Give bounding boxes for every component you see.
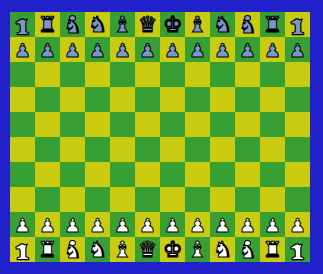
square-g4[interactable] bbox=[160, 162, 185, 187]
square-h7[interactable] bbox=[185, 87, 210, 112]
piece-white-pawn[interactable]: ♟ bbox=[160, 214, 185, 237]
square-a6[interactable] bbox=[10, 112, 35, 137]
square-g10[interactable]: ♚ bbox=[160, 12, 185, 37]
square-d9[interactable]: ♟ bbox=[85, 37, 110, 62]
square-i9[interactable]: ♟ bbox=[210, 37, 235, 62]
square-b8[interactable] bbox=[35, 62, 60, 87]
square-e3[interactable] bbox=[110, 187, 135, 212]
square-j9[interactable]: ♟ bbox=[235, 37, 260, 62]
square-l1[interactable] bbox=[285, 237, 310, 262]
square-d8[interactable] bbox=[85, 62, 110, 87]
square-b1[interactable]: ♜ bbox=[35, 237, 60, 262]
square-k7[interactable] bbox=[260, 87, 285, 112]
square-c6[interactable] bbox=[60, 112, 85, 137]
square-g8[interactable] bbox=[160, 62, 185, 87]
piece-black-pawn[interactable]: ♟ bbox=[110, 39, 135, 62]
square-e8[interactable] bbox=[110, 62, 135, 87]
piece-white-knight[interactable]: ♞ bbox=[210, 238, 235, 262]
square-h5[interactable] bbox=[185, 137, 210, 162]
square-e9[interactable]: ♟ bbox=[110, 37, 135, 62]
square-j4[interactable] bbox=[235, 162, 260, 187]
piece-white-archbishop[interactable]: ♞ bbox=[60, 240, 85, 262]
square-i10[interactable]: ♞ bbox=[210, 12, 235, 37]
square-c5[interactable] bbox=[60, 137, 85, 162]
square-c10[interactable]: ♞ bbox=[60, 12, 85, 37]
square-l10[interactable] bbox=[285, 12, 310, 37]
piece-white-pawn[interactable]: ♟ bbox=[85, 214, 110, 237]
square-f9[interactable]: ♟ bbox=[135, 37, 160, 62]
square-k2[interactable]: ♟ bbox=[260, 212, 285, 237]
square-l4[interactable] bbox=[285, 162, 310, 187]
camel-head-icon bbox=[286, 239, 309, 262]
square-c7[interactable] bbox=[60, 87, 85, 112]
square-c2[interactable]: ♟ bbox=[60, 212, 85, 237]
square-a3[interactable] bbox=[10, 187, 35, 212]
square-j3[interactable] bbox=[235, 187, 260, 212]
piece-white-pawn[interactable]: ♟ bbox=[260, 214, 285, 237]
square-l5[interactable] bbox=[285, 137, 310, 162]
square-j8[interactable] bbox=[235, 62, 260, 87]
piece-black-pawn[interactable]: ♟ bbox=[285, 39, 310, 62]
square-a5[interactable] bbox=[10, 137, 35, 162]
piece-white-pawn[interactable]: ♟ bbox=[135, 214, 160, 237]
piece-black-bishop[interactable]: ♝ bbox=[110, 13, 135, 37]
piece-black-pawn[interactable]: ♟ bbox=[10, 39, 35, 62]
piece-black-archbishop[interactable]: ♞ bbox=[60, 15, 85, 37]
square-g5[interactable] bbox=[160, 137, 185, 162]
square-h6[interactable] bbox=[185, 112, 210, 137]
square-i5[interactable] bbox=[210, 137, 235, 162]
square-b5[interactable] bbox=[35, 137, 60, 162]
square-l8[interactable] bbox=[285, 62, 310, 87]
square-l3[interactable] bbox=[285, 187, 310, 212]
square-l2[interactable]: ♟ bbox=[285, 212, 310, 237]
square-g9[interactable]: ♟ bbox=[160, 37, 185, 62]
square-c9[interactable]: ♟ bbox=[60, 37, 85, 62]
square-f2[interactable]: ♟ bbox=[135, 212, 160, 237]
square-l6[interactable] bbox=[285, 112, 310, 137]
square-h8[interactable] bbox=[185, 62, 210, 87]
square-k4[interactable] bbox=[260, 162, 285, 187]
square-i6[interactable] bbox=[210, 112, 235, 137]
square-c3[interactable] bbox=[60, 187, 85, 212]
square-d5[interactable] bbox=[85, 137, 110, 162]
square-k9[interactable]: ♟ bbox=[260, 37, 285, 62]
piece-black-pawn[interactable]: ♟ bbox=[235, 39, 260, 62]
square-i1[interactable]: ♞ bbox=[210, 237, 235, 262]
square-a8[interactable] bbox=[10, 62, 35, 87]
square-h2[interactable]: ♟ bbox=[185, 212, 210, 237]
square-i7[interactable] bbox=[210, 87, 235, 112]
piece-white-bishop[interactable]: ♝ bbox=[110, 238, 135, 262]
square-a7[interactable] bbox=[10, 87, 35, 112]
square-c8[interactable] bbox=[60, 62, 85, 87]
square-b4[interactable] bbox=[35, 162, 60, 187]
piece-white-knight[interactable]: ♞ bbox=[85, 238, 110, 262]
piece-white-king[interactable]: ♚ bbox=[160, 238, 185, 262]
piece-white-archbishop[interactable]: ♞ bbox=[235, 240, 260, 262]
square-f8[interactable] bbox=[135, 62, 160, 87]
square-i3[interactable] bbox=[210, 187, 235, 212]
chess-app-window: ♜♞♞♝♛♚♝♞♞♜♟♟♟♟♟♟♟♟♟♟♟♟♟♟♟♟♟♟♟♟♟♟♟♟♜♞♞♝♛♚… bbox=[0, 0, 323, 274]
piece-white-rook[interactable]: ♜ bbox=[35, 238, 60, 262]
piece-black-pawn[interactable]: ♟ bbox=[185, 39, 210, 62]
piece-black-pawn[interactable]: ♟ bbox=[135, 39, 160, 62]
square-i8[interactable] bbox=[210, 62, 235, 87]
square-e2[interactable]: ♟ bbox=[110, 212, 135, 237]
square-g2[interactable]: ♟ bbox=[160, 212, 185, 237]
square-b9[interactable]: ♟ bbox=[35, 37, 60, 62]
square-d6[interactable] bbox=[85, 112, 110, 137]
piece-black-knight[interactable]: ♞ bbox=[210, 13, 235, 37]
piece-black-rook[interactable]: ♜ bbox=[260, 13, 285, 37]
square-k6[interactable] bbox=[260, 112, 285, 137]
piece-white-queen[interactable]: ♛ bbox=[135, 238, 160, 262]
square-b6[interactable] bbox=[35, 112, 60, 137]
square-j6[interactable] bbox=[235, 112, 260, 137]
square-a2[interactable]: ♟ bbox=[10, 212, 35, 237]
square-b2[interactable]: ♟ bbox=[35, 212, 60, 237]
square-k10[interactable]: ♜ bbox=[260, 12, 285, 37]
piece-white-pawn[interactable]: ♟ bbox=[35, 214, 60, 237]
square-j2[interactable]: ♟ bbox=[235, 212, 260, 237]
piece-black-pawn[interactable]: ♟ bbox=[60, 39, 85, 62]
piece-white-pawn[interactable]: ♟ bbox=[285, 214, 310, 237]
square-k1[interactable]: ♜ bbox=[260, 237, 285, 262]
square-j7[interactable] bbox=[235, 87, 260, 112]
square-a9[interactable]: ♟ bbox=[10, 37, 35, 62]
square-h1[interactable]: ♝ bbox=[185, 237, 210, 262]
camel-head-icon bbox=[11, 239, 34, 262]
square-d7[interactable] bbox=[85, 87, 110, 112]
square-k8[interactable] bbox=[260, 62, 285, 87]
square-f3[interactable] bbox=[135, 187, 160, 212]
piece-black-bishop[interactable]: ♝ bbox=[185, 13, 210, 37]
piece-white-camel[interactable] bbox=[285, 239, 310, 262]
square-g3[interactable] bbox=[160, 187, 185, 212]
square-e4[interactable] bbox=[110, 162, 135, 187]
piece-black-king[interactable]: ♚ bbox=[160, 13, 185, 37]
mitre-knob-icon bbox=[244, 15, 251, 21]
square-g6[interactable] bbox=[160, 112, 185, 137]
square-j1[interactable]: ♞ bbox=[235, 237, 260, 262]
piece-black-pawn[interactable]: ♟ bbox=[35, 39, 60, 62]
piece-white-pawn[interactable]: ♟ bbox=[235, 214, 260, 237]
square-a1[interactable] bbox=[10, 237, 35, 262]
piece-black-rook[interactable]: ♜ bbox=[35, 13, 60, 37]
square-g7[interactable] bbox=[160, 87, 185, 112]
square-d3[interactable] bbox=[85, 187, 110, 212]
piece-white-pawn[interactable]: ♟ bbox=[110, 214, 135, 237]
square-a4[interactable] bbox=[10, 162, 35, 187]
square-l7[interactable] bbox=[285, 87, 310, 112]
square-d10[interactable]: ♞ bbox=[85, 12, 110, 37]
piece-white-pawn[interactable]: ♟ bbox=[210, 214, 235, 237]
piece-white-pawn[interactable]: ♟ bbox=[60, 214, 85, 237]
square-i2[interactable]: ♟ bbox=[210, 212, 235, 237]
square-h4[interactable] bbox=[185, 162, 210, 187]
piece-white-pawn[interactable]: ♟ bbox=[185, 214, 210, 237]
piece-white-camel[interactable] bbox=[10, 239, 35, 262]
square-f6[interactable] bbox=[135, 112, 160, 137]
piece-white-bishop[interactable]: ♝ bbox=[185, 238, 210, 262]
square-a10[interactable] bbox=[10, 12, 35, 37]
camel-head-icon bbox=[286, 14, 309, 37]
piece-black-camel[interactable] bbox=[10, 14, 35, 37]
square-d1[interactable]: ♞ bbox=[85, 237, 110, 262]
piece-black-archbishop[interactable]: ♞ bbox=[235, 15, 260, 37]
square-j5[interactable] bbox=[235, 137, 260, 162]
square-e1[interactable]: ♝ bbox=[110, 237, 135, 262]
piece-black-pawn[interactable]: ♟ bbox=[210, 39, 235, 62]
square-f7[interactable] bbox=[135, 87, 160, 112]
square-d4[interactable] bbox=[85, 162, 110, 187]
square-f5[interactable] bbox=[135, 137, 160, 162]
piece-black-knight[interactable]: ♞ bbox=[85, 13, 110, 37]
square-b3[interactable] bbox=[35, 187, 60, 212]
piece-black-pawn[interactable]: ♟ bbox=[260, 39, 285, 62]
square-b10[interactable]: ♜ bbox=[35, 12, 60, 37]
square-h10[interactable]: ♝ bbox=[185, 12, 210, 37]
chess-board: ♜♞♞♝♛♚♝♞♞♜♟♟♟♟♟♟♟♟♟♟♟♟♟♟♟♟♟♟♟♟♟♟♟♟♜♞♞♝♛♚… bbox=[10, 12, 310, 262]
square-h3[interactable] bbox=[185, 187, 210, 212]
square-j10[interactable]: ♞ bbox=[235, 12, 260, 37]
square-b7[interactable] bbox=[35, 87, 60, 112]
square-l9[interactable]: ♟ bbox=[285, 37, 310, 62]
square-e5[interactable] bbox=[110, 137, 135, 162]
piece-black-pawn[interactable]: ♟ bbox=[160, 39, 185, 62]
square-d2[interactable]: ♟ bbox=[85, 212, 110, 237]
square-h9[interactable]: ♟ bbox=[185, 37, 210, 62]
piece-white-pawn[interactable]: ♟ bbox=[10, 214, 35, 237]
square-k5[interactable] bbox=[260, 137, 285, 162]
piece-black-camel[interactable] bbox=[285, 14, 310, 37]
piece-black-queen[interactable]: ♛ bbox=[135, 13, 160, 37]
piece-white-rook[interactable]: ♜ bbox=[260, 238, 285, 262]
square-f1[interactable]: ♛ bbox=[135, 237, 160, 262]
square-f10[interactable]: ♛ bbox=[135, 12, 160, 37]
mitre-knob-icon bbox=[244, 240, 251, 246]
camel-head-icon bbox=[11, 14, 34, 37]
piece-black-pawn[interactable]: ♟ bbox=[85, 39, 110, 62]
mitre-knob-icon bbox=[69, 240, 76, 246]
mitre-knob-icon bbox=[69, 15, 76, 21]
square-k3[interactable] bbox=[260, 187, 285, 212]
square-c1[interactable]: ♞ bbox=[60, 237, 85, 262]
square-g1[interactable]: ♚ bbox=[160, 237, 185, 262]
square-c4[interactable] bbox=[60, 162, 85, 187]
square-e6[interactable] bbox=[110, 112, 135, 137]
square-i4[interactable] bbox=[210, 162, 235, 187]
square-e10[interactable]: ♝ bbox=[110, 12, 135, 37]
square-f4[interactable] bbox=[135, 162, 160, 187]
square-e7[interactable] bbox=[110, 87, 135, 112]
